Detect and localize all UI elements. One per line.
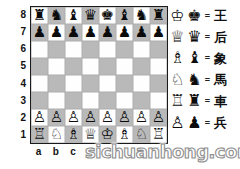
square-e8[interactable]: ♚	[99, 7, 116, 24]
square-f2[interactable]: ♙	[116, 109, 133, 126]
square-f8[interactable]: ♝	[116, 7, 133, 24]
square-e6[interactable]	[99, 41, 116, 58]
black-piece-icon: ♟	[186, 115, 203, 131]
white-piece-icon: ♔	[169, 8, 186, 24]
equals-sign: =	[203, 11, 212, 21]
equals-sign: =	[203, 96, 212, 106]
square-h4[interactable]	[150, 75, 167, 92]
square-d5[interactable]	[82, 58, 99, 75]
square-a7[interactable]: ♟	[31, 24, 48, 41]
chinese-piece-name: 馬	[214, 73, 227, 86]
black-piece-icon: ♚	[186, 8, 203, 24]
square-d3[interactable]	[82, 92, 99, 109]
square-a6[interactable]	[31, 41, 48, 58]
square-h2[interactable]: ♙	[150, 109, 167, 126]
rank-label-8: 8	[14, 6, 28, 23]
square-h5[interactable]	[150, 58, 167, 75]
square-c1[interactable]: ♗	[65, 126, 82, 143]
square-h6[interactable]	[150, 41, 167, 58]
black-piece-p: ♟	[152, 25, 165, 40]
chess-diagram: 87654321 ♜♞♝♛♚♝♞♜♟♟♟♟♟♟♟♟♙♙♙♙♙♙♙♙♖♘♗♕♔♗♘…	[0, 0, 240, 169]
square-g3[interactable]	[133, 92, 150, 109]
white-piece-Q: ♕	[84, 127, 97, 142]
white-piece-icon: ♕	[169, 29, 186, 45]
legend-row-0: ♔♚=王	[169, 5, 240, 26]
square-f7[interactable]: ♟	[116, 24, 133, 41]
black-piece-p: ♟	[118, 25, 131, 40]
white-piece-R: ♖	[152, 127, 165, 142]
square-c3[interactable]	[65, 92, 82, 109]
square-e4[interactable]	[99, 75, 116, 92]
file-label-c: c	[65, 145, 82, 158]
rank-label-4: 4	[14, 75, 28, 92]
square-a5[interactable]	[31, 58, 48, 75]
rank-label-3: 3	[14, 92, 28, 109]
legend-row-1: ♕♛=后	[169, 26, 240, 47]
square-g2[interactable]: ♙	[133, 109, 150, 126]
white-piece-P: ♙	[33, 110, 46, 125]
square-e2[interactable]: ♙	[99, 109, 116, 126]
square-f5[interactable]	[116, 58, 133, 75]
white-piece-P: ♙	[101, 110, 114, 125]
rank-label-2: 2	[14, 110, 28, 127]
white-piece-icon: ♖	[169, 93, 186, 109]
chess-board: ♜♞♝♛♚♝♞♜♟♟♟♟♟♟♟♟♙♙♙♙♙♙♙♙♖♘♗♕♔♗♘♖	[30, 6, 168, 144]
square-e5[interactable]	[99, 58, 116, 75]
square-b6[interactable]	[48, 41, 65, 58]
file-label-b: b	[47, 145, 64, 158]
black-piece-icon: ♞	[186, 72, 203, 88]
chinese-piece-name: 后	[214, 31, 227, 44]
black-piece-r: ♜	[33, 8, 46, 23]
square-h8[interactable]: ♜	[150, 7, 167, 24]
legend-row-4: ♖♜=車	[169, 91, 240, 112]
black-piece-icon: ♝	[186, 50, 203, 66]
black-piece-p: ♟	[84, 25, 97, 40]
white-piece-P: ♙	[67, 110, 80, 125]
square-a8[interactable]: ♜	[31, 7, 48, 24]
equals-sign: =	[203, 75, 212, 85]
white-piece-B: ♗	[118, 127, 131, 142]
legend-row-2: ♗♝=象	[169, 48, 240, 69]
piece-name-legend: ♔♚=王♕♛=后♗♝=象♘♞=馬♖♜=車♙♟=兵	[169, 5, 240, 133]
black-piece-p: ♟	[101, 25, 114, 40]
black-piece-n: ♞	[50, 8, 63, 23]
white-piece-P: ♙	[152, 110, 165, 125]
legend-row-3: ♘♞=馬	[169, 69, 240, 90]
equals-sign: =	[203, 32, 212, 42]
white-piece-R: ♖	[33, 127, 46, 142]
white-piece-P: ♙	[84, 110, 97, 125]
square-f6[interactable]	[116, 41, 133, 58]
square-a4[interactable]	[31, 75, 48, 92]
equals-sign: =	[203, 53, 212, 63]
black-piece-p: ♟	[67, 25, 80, 40]
square-d8[interactable]: ♛	[82, 7, 99, 24]
black-piece-n: ♞	[135, 8, 148, 23]
chinese-piece-name: 王	[214, 9, 227, 22]
square-a1[interactable]: ♖	[31, 126, 48, 143]
black-piece-p: ♟	[135, 25, 148, 40]
square-b3[interactable]	[48, 92, 65, 109]
square-c5[interactable]	[65, 58, 82, 75]
white-piece-icon: ♘	[169, 72, 186, 88]
white-piece-N: ♘	[135, 127, 148, 142]
square-h3[interactable]	[150, 92, 167, 109]
square-d6[interactable]	[82, 41, 99, 58]
square-b1[interactable]: ♘	[48, 126, 65, 143]
white-piece-B: ♗	[67, 127, 80, 142]
black-piece-q: ♛	[84, 8, 97, 23]
square-b2[interactable]: ♙	[48, 109, 65, 126]
white-piece-P: ♙	[118, 110, 131, 125]
square-b5[interactable]	[48, 58, 65, 75]
square-b4[interactable]	[48, 75, 65, 92]
white-piece-icon: ♗	[169, 50, 186, 66]
chinese-piece-name: 象	[214, 52, 227, 65]
square-d7[interactable]: ♟	[82, 24, 99, 41]
square-b7[interactable]: ♟	[48, 24, 65, 41]
square-b8[interactable]: ♞	[48, 7, 65, 24]
square-c2[interactable]: ♙	[65, 109, 82, 126]
square-e7[interactable]: ♟	[99, 24, 116, 41]
rank-label-1: 1	[14, 127, 28, 144]
square-f3[interactable]	[116, 92, 133, 109]
square-g4[interactable]	[133, 75, 150, 92]
square-a3[interactable]	[31, 92, 48, 109]
rank-label-5: 5	[14, 58, 28, 75]
black-piece-b: ♝	[67, 8, 80, 23]
watermark: sichuanhong.com	[85, 141, 240, 163]
square-a2[interactable]: ♙	[31, 109, 48, 126]
black-piece-b: ♝	[118, 8, 131, 23]
rank-label-7: 7	[14, 23, 28, 40]
square-g5[interactable]	[133, 58, 150, 75]
square-h7[interactable]: ♟	[150, 24, 167, 41]
black-piece-k: ♚	[101, 8, 114, 23]
square-g6[interactable]	[133, 41, 150, 58]
square-g8[interactable]: ♞	[133, 7, 150, 24]
black-piece-p: ♟	[50, 25, 63, 40]
square-c6[interactable]	[65, 41, 82, 58]
black-piece-p: ♟	[33, 25, 46, 40]
square-d4[interactable]	[82, 75, 99, 92]
white-piece-icon: ♙	[169, 115, 186, 131]
square-c7[interactable]: ♟	[65, 24, 82, 41]
white-piece-K: ♔	[101, 127, 114, 142]
white-piece-P: ♙	[50, 110, 63, 125]
square-e3[interactable]	[99, 92, 116, 109]
rank-labels: 87654321	[14, 6, 28, 144]
square-c4[interactable]	[65, 75, 82, 92]
chinese-piece-name: 兵	[214, 116, 227, 129]
white-piece-N: ♘	[50, 127, 63, 142]
equals-sign: =	[203, 118, 212, 128]
black-piece-icon: ♛	[186, 29, 203, 45]
file-label-a: a	[30, 145, 47, 158]
square-g7[interactable]: ♟	[133, 24, 150, 41]
black-piece-r: ♜	[152, 8, 165, 23]
black-piece-icon: ♜	[186, 93, 203, 109]
white-piece-P: ♙	[135, 110, 148, 125]
square-c8[interactable]: ♝	[65, 7, 82, 24]
legend-row-5: ♙♟=兵	[169, 112, 240, 133]
square-d2[interactable]: ♙	[82, 109, 99, 126]
rank-label-6: 6	[14, 41, 28, 58]
square-f4[interactable]	[116, 75, 133, 92]
chinese-piece-name: 車	[214, 95, 227, 108]
